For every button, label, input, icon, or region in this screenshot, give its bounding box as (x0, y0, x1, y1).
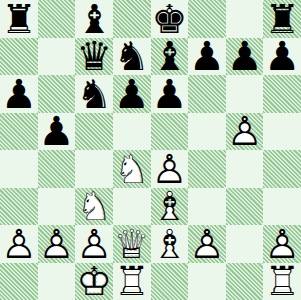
square-f3[interactable] (188, 188, 226, 226)
black-piece-glyph: ♟ (263, 38, 301, 76)
square-d8[interactable] (113, 0, 151, 38)
piece-white-pawn[interactable]: ♟♙ (188, 225, 226, 263)
square-b7[interactable] (38, 38, 76, 76)
square-a6[interactable]: ♟ (0, 75, 38, 113)
piece-white-pawn[interactable]: ♟♙ (226, 113, 264, 151)
piece-white-pawn[interactable]: ♟♙ (151, 150, 189, 188)
black-piece-glyph: ♚ (151, 0, 189, 38)
piece-black-king[interactable]: ♚ (151, 0, 189, 38)
piece-black-queen[interactable]: ♛ (75, 38, 113, 76)
square-g6[interactable] (226, 75, 264, 113)
square-h7[interactable]: ♟ (263, 38, 301, 76)
piece-black-bishop[interactable]: ♝ (75, 0, 113, 38)
square-c4[interactable] (75, 150, 113, 188)
square-b6[interactable] (38, 75, 76, 113)
square-f1[interactable] (188, 263, 226, 300)
square-d4[interactable]: ♞♘ (113, 150, 151, 188)
piece-black-bishop[interactable]: ♝ (151, 38, 189, 76)
black-piece-glyph: ♟ (151, 75, 189, 113)
white-piece-outline: ♙ (0, 225, 38, 263)
black-piece-glyph: ♛ (75, 38, 113, 76)
square-d2[interactable]: ♛♕ (113, 225, 151, 263)
black-piece-glyph: ♝ (75, 0, 113, 38)
square-b2[interactable]: ♟♙ (38, 225, 76, 263)
square-b8[interactable] (38, 0, 76, 38)
square-g4[interactable] (226, 150, 264, 188)
white-piece-outline: ♙ (226, 113, 264, 151)
square-a3[interactable] (0, 188, 38, 226)
square-g8[interactable] (226, 0, 264, 38)
piece-black-pawn[interactable]: ♟ (0, 75, 38, 113)
piece-black-pawn[interactable]: ♟ (226, 38, 264, 76)
piece-black-knight[interactable]: ♞ (113, 38, 151, 76)
square-h6[interactable] (263, 75, 301, 113)
white-piece-outline: ♘ (75, 188, 113, 226)
piece-black-pawn[interactable]: ♟ (113, 75, 151, 113)
piece-black-knight[interactable]: ♞ (75, 75, 113, 113)
white-piece-outline: ♗ (151, 188, 189, 226)
chess-board: ♜♝♚♜♛♞♝♟♟♟♟♞♟♟♟♟♙♞♘♟♙♞♘♝♗♟♙♟♙♟♙♛♕♝♗♟♙♟♙♚… (0, 0, 301, 300)
square-e3[interactable]: ♝♗ (151, 188, 189, 226)
black-piece-glyph: ♟ (0, 75, 38, 113)
piece-white-rook[interactable]: ♜♖ (113, 263, 151, 300)
square-g5[interactable]: ♟♙ (226, 113, 264, 151)
piece-white-rook[interactable]: ♜♖ (263, 263, 301, 300)
square-e2[interactable]: ♝♗ (151, 225, 189, 263)
piece-white-pawn[interactable]: ♟♙ (38, 225, 76, 263)
white-piece-outline: ♘ (113, 150, 151, 188)
piece-white-bishop[interactable]: ♝♗ (151, 188, 189, 226)
square-b3[interactable] (38, 188, 76, 226)
black-piece-glyph: ♞ (113, 38, 151, 76)
square-a8[interactable]: ♜ (0, 0, 38, 38)
black-piece-glyph: ♝ (151, 38, 189, 76)
piece-black-pawn[interactable]: ♟ (188, 38, 226, 76)
square-c5[interactable] (75, 113, 113, 151)
square-e8[interactable]: ♚ (151, 0, 189, 38)
piece-white-pawn[interactable]: ♟♙ (75, 225, 113, 263)
square-g7[interactable]: ♟ (226, 38, 264, 76)
black-piece-glyph: ♜ (263, 0, 301, 38)
white-piece-outline: ♙ (75, 225, 113, 263)
square-f8[interactable] (188, 0, 226, 38)
square-h3[interactable] (263, 188, 301, 226)
square-f7[interactable]: ♟ (188, 38, 226, 76)
white-piece-outline: ♙ (151, 150, 189, 188)
square-h2[interactable]: ♟♙ (263, 225, 301, 263)
piece-white-knight[interactable]: ♞♘ (113, 150, 151, 188)
square-g3[interactable] (226, 188, 264, 226)
square-a1[interactable] (0, 263, 38, 300)
square-b5[interactable]: ♟ (38, 113, 76, 151)
square-c8[interactable]: ♝ (75, 0, 113, 38)
black-piece-glyph: ♜ (0, 0, 38, 38)
black-piece-glyph: ♟ (226, 38, 264, 76)
square-b1[interactable] (38, 263, 76, 300)
square-d7[interactable]: ♞ (113, 38, 151, 76)
black-piece-glyph: ♟ (38, 113, 76, 151)
square-c2[interactable]: ♟♙ (75, 225, 113, 263)
square-e6[interactable]: ♟ (151, 75, 189, 113)
square-g1[interactable] (226, 263, 264, 300)
square-a4[interactable] (0, 150, 38, 188)
square-b4[interactable] (38, 150, 76, 188)
square-a7[interactable] (0, 38, 38, 76)
square-f2[interactable]: ♟♙ (188, 225, 226, 263)
white-piece-outline: ♙ (188, 225, 226, 263)
square-d5[interactable] (113, 113, 151, 151)
square-d1[interactable]: ♜♖ (113, 263, 151, 300)
square-e1[interactable] (151, 263, 189, 300)
square-f5[interactable] (188, 113, 226, 151)
square-e4[interactable]: ♟♙ (151, 150, 189, 188)
square-h5[interactable] (263, 113, 301, 151)
piece-white-knight[interactable]: ♞♘ (75, 188, 113, 226)
white-piece-outline: ♖ (113, 263, 151, 300)
piece-white-king[interactable]: ♚♔ (75, 263, 113, 300)
square-c3[interactable]: ♞♘ (75, 188, 113, 226)
piece-white-queen[interactable]: ♛♕ (113, 225, 151, 263)
black-piece-glyph: ♞ (75, 75, 113, 113)
piece-white-bishop[interactable]: ♝♗ (151, 225, 189, 263)
white-piece-outline: ♕ (113, 225, 151, 263)
white-piece-outline: ♗ (151, 225, 189, 263)
square-c7[interactable]: ♛ (75, 38, 113, 76)
piece-black-pawn[interactable]: ♟ (151, 75, 189, 113)
square-h1[interactable]: ♜♖ (263, 263, 301, 300)
square-f4[interactable] (188, 150, 226, 188)
square-e5[interactable] (151, 113, 189, 151)
piece-white-pawn[interactable]: ♟♙ (0, 225, 38, 263)
square-g2[interactable] (226, 225, 264, 263)
square-d6[interactable]: ♟ (113, 75, 151, 113)
white-piece-outline: ♙ (263, 225, 301, 263)
piece-white-pawn[interactable]: ♟♙ (263, 225, 301, 263)
white-piece-outline: ♔ (75, 263, 113, 300)
square-h8[interactable]: ♜ (263, 0, 301, 38)
piece-black-rook[interactable]: ♜ (0, 0, 38, 38)
piece-black-rook[interactable]: ♜ (263, 0, 301, 38)
square-f6[interactable] (188, 75, 226, 113)
square-c1[interactable]: ♚♔ (75, 263, 113, 300)
square-d3[interactable] (113, 188, 151, 226)
square-e7[interactable]: ♝ (151, 38, 189, 76)
square-a2[interactable]: ♟♙ (0, 225, 38, 263)
white-piece-outline: ♙ (38, 225, 76, 263)
black-piece-glyph: ♟ (188, 38, 226, 76)
square-h4[interactable] (263, 150, 301, 188)
black-piece-glyph: ♟ (113, 75, 151, 113)
white-piece-outline: ♖ (263, 263, 301, 300)
piece-black-pawn[interactable]: ♟ (263, 38, 301, 76)
piece-black-pawn[interactable]: ♟ (38, 113, 76, 151)
square-a5[interactable] (0, 113, 38, 151)
square-c6[interactable]: ♞ (75, 75, 113, 113)
